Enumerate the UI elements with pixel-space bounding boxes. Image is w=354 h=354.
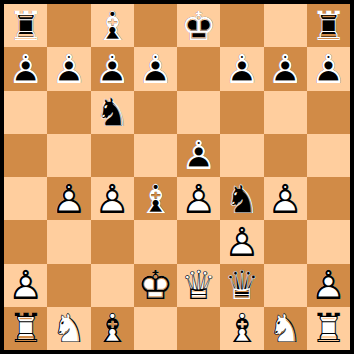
square-g5[interactable] [264, 134, 307, 177]
white-knight[interactable]: ♞♘ [47, 307, 90, 350]
piece-fill-glyph: ♞ [47, 307, 90, 350]
square-a7[interactable]: ♟♙ [4, 47, 47, 90]
white-bishop[interactable]: ♝♗ [220, 307, 263, 350]
piece-outline-glyph: ♙ [307, 264, 350, 307]
square-h5[interactable] [307, 134, 350, 177]
square-d2[interactable]: ♚♔ [134, 264, 177, 307]
square-g2[interactable] [264, 264, 307, 307]
piece-outline-glyph: ♘ [264, 307, 307, 350]
piece-outline-glyph: ♙ [220, 47, 263, 90]
piece-outline-glyph: ♖ [307, 4, 350, 47]
piece-fill-glyph: ♟ [307, 264, 350, 307]
square-f3[interactable]: ♟♙ [220, 220, 263, 263]
piece-fill-glyph: ♝ [134, 177, 177, 220]
piece-fill-glyph: ♚ [134, 264, 177, 307]
square-f8[interactable] [220, 4, 263, 47]
square-a1[interactable]: ♜♖ [4, 307, 47, 350]
white-rook[interactable]: ♜♖ [4, 307, 47, 350]
square-d7[interactable]: ♟♙ [134, 47, 177, 90]
square-b7[interactable]: ♟♙ [47, 47, 90, 90]
piece-outline-glyph: ♖ [307, 307, 350, 350]
piece-outline-glyph: ♖ [4, 307, 47, 350]
white-pawn[interactable]: ♟♙ [307, 264, 350, 307]
piece-fill-glyph: ♜ [4, 4, 47, 47]
square-g8[interactable] [264, 4, 307, 47]
piece-fill-glyph: ♟ [91, 177, 134, 220]
square-d5[interactable] [134, 134, 177, 177]
piece-fill-glyph: ♟ [177, 177, 220, 220]
piece-fill-glyph: ♛ [177, 264, 220, 307]
piece-fill-glyph: ♟ [4, 264, 47, 307]
black-pawn[interactable]: ♟♙ [307, 47, 350, 90]
square-c1[interactable]: ♝♗ [91, 307, 134, 350]
square-e7[interactable] [177, 47, 220, 90]
square-a2[interactable]: ♟♙ [4, 264, 47, 307]
square-e4[interactable]: ♟♙ [177, 177, 220, 220]
piece-outline-glyph: ♙ [264, 177, 307, 220]
square-g6[interactable] [264, 91, 307, 134]
square-d3[interactable] [134, 220, 177, 263]
square-f7[interactable]: ♟♙ [220, 47, 263, 90]
square-f4[interactable]: ♞♘ [220, 177, 263, 220]
piece-fill-glyph: ♟ [264, 47, 307, 90]
piece-outline-glyph: ♙ [134, 47, 177, 90]
square-g3[interactable] [264, 220, 307, 263]
piece-fill-glyph: ♜ [307, 4, 350, 47]
piece-outline-glyph: ♙ [177, 134, 220, 177]
piece-outline-glyph: ♔ [134, 264, 177, 307]
black-pawn[interactable]: ♟♙ [134, 47, 177, 90]
square-b3[interactable] [47, 220, 90, 263]
square-g1[interactable]: ♞♘ [264, 307, 307, 350]
piece-outline-glyph: ♙ [47, 177, 90, 220]
piece-fill-glyph: ♟ [220, 47, 263, 90]
square-h3[interactable] [307, 220, 350, 263]
square-c2[interactable] [91, 264, 134, 307]
square-g4[interactable]: ♟♙ [264, 177, 307, 220]
square-e2[interactable]: ♛♕ [177, 264, 220, 307]
square-a4[interactable] [4, 177, 47, 220]
piece-outline-glyph: ♗ [91, 4, 134, 47]
piece-fill-glyph: ♟ [177, 134, 220, 177]
piece-outline-glyph: ♙ [91, 47, 134, 90]
square-b6[interactable] [47, 91, 90, 134]
white-pawn[interactable]: ♟♙ [220, 220, 263, 263]
piece-outline-glyph: ♖ [4, 4, 47, 47]
piece-outline-glyph: ♘ [91, 91, 134, 134]
square-c3[interactable] [91, 220, 134, 263]
piece-fill-glyph: ♜ [4, 307, 47, 350]
square-c8[interactable]: ♝♗ [91, 4, 134, 47]
piece-fill-glyph: ♟ [47, 177, 90, 220]
white-pawn[interactable]: ♟♙ [91, 177, 134, 220]
square-d8[interactable] [134, 4, 177, 47]
piece-outline-glyph: ♗ [134, 177, 177, 220]
piece-outline-glyph: ♙ [4, 47, 47, 90]
black-knight[interactable]: ♞♘ [91, 91, 134, 134]
piece-fill-glyph: ♟ [47, 47, 90, 90]
piece-outline-glyph: ♙ [47, 47, 90, 90]
black-knight[interactable]: ♞♘ [220, 177, 263, 220]
square-c7[interactable]: ♟♙ [91, 47, 134, 90]
white-pawn[interactable]: ♟♙ [177, 177, 220, 220]
piece-fill-glyph: ♟ [4, 47, 47, 90]
square-g7[interactable]: ♟♙ [264, 47, 307, 90]
piece-outline-glyph: ♙ [220, 220, 263, 263]
white-knight[interactable]: ♞♘ [264, 307, 307, 350]
black-king[interactable]: ♚♔ [177, 4, 220, 47]
piece-fill-glyph: ♛ [220, 264, 263, 307]
white-pawn[interactable]: ♟♙ [264, 177, 307, 220]
black-pawn[interactable]: ♟♙ [47, 47, 90, 90]
black-bishop[interactable]: ♝♗ [91, 4, 134, 47]
white-rook[interactable]: ♜♖ [307, 307, 350, 350]
square-a8[interactable]: ♜♖ [4, 4, 47, 47]
chess-board: ♜♖♝♗♚♔♜♖♟♙♟♙♟♙♟♙♟♙♟♙♟♙♞♘♟♙♟♙♟♙♝♗♟♙♞♘♟♙♟♙… [0, 0, 354, 354]
black-rook[interactable]: ♜♖ [4, 4, 47, 47]
square-e1[interactable] [177, 307, 220, 350]
square-f6[interactable] [220, 91, 263, 134]
square-d4[interactable]: ♝♗ [134, 177, 177, 220]
square-a5[interactable] [4, 134, 47, 177]
piece-fill-glyph: ♟ [91, 47, 134, 90]
piece-outline-glyph: ♕ [220, 264, 263, 307]
piece-outline-glyph: ♙ [264, 47, 307, 90]
square-c4[interactable]: ♟♙ [91, 177, 134, 220]
piece-fill-glyph: ♟ [220, 220, 263, 263]
square-a3[interactable] [4, 220, 47, 263]
square-e8[interactable]: ♚♔ [177, 4, 220, 47]
square-b2[interactable] [47, 264, 90, 307]
square-e5[interactable]: ♟♙ [177, 134, 220, 177]
white-pawn[interactable]: ♟♙ [4, 264, 47, 307]
piece-fill-glyph: ♞ [220, 177, 263, 220]
square-d6[interactable] [134, 91, 177, 134]
square-b5[interactable] [47, 134, 90, 177]
square-b8[interactable] [47, 4, 90, 47]
piece-fill-glyph: ♞ [91, 91, 134, 134]
piece-fill-glyph: ♟ [307, 47, 350, 90]
black-pawn[interactable]: ♟♙ [4, 47, 47, 90]
square-c5[interactable] [91, 134, 134, 177]
square-e6[interactable] [177, 91, 220, 134]
piece-outline-glyph: ♙ [177, 177, 220, 220]
piece-fill-glyph: ♜ [307, 307, 350, 350]
square-e3[interactable] [177, 220, 220, 263]
piece-fill-glyph: ♟ [134, 47, 177, 90]
piece-outline-glyph: ♗ [91, 307, 134, 350]
white-king[interactable]: ♚♔ [134, 264, 177, 307]
piece-outline-glyph: ♙ [4, 264, 47, 307]
square-f1[interactable]: ♝♗ [220, 307, 263, 350]
square-h8[interactable]: ♜♖ [307, 4, 350, 47]
square-b1[interactable]: ♞♘ [47, 307, 90, 350]
piece-outline-glyph: ♔ [177, 4, 220, 47]
black-pawn[interactable]: ♟♙ [177, 134, 220, 177]
piece-outline-glyph: ♕ [177, 264, 220, 307]
black-rook[interactable]: ♜♖ [307, 4, 350, 47]
white-queen[interactable]: ♛♕ [177, 264, 220, 307]
piece-fill-glyph: ♝ [91, 4, 134, 47]
square-h7[interactable]: ♟♙ [307, 47, 350, 90]
piece-outline-glyph: ♙ [307, 47, 350, 90]
square-h1[interactable]: ♜♖ [307, 307, 350, 350]
square-f5[interactable] [220, 134, 263, 177]
board-grid: ♜♖♝♗♚♔♜♖♟♙♟♙♟♙♟♙♟♙♟♙♟♙♞♘♟♙♟♙♟♙♝♗♟♙♞♘♟♙♟♙… [4, 4, 350, 350]
square-d1[interactable] [134, 307, 177, 350]
black-pawn[interactable]: ♟♙ [220, 47, 263, 90]
piece-outline-glyph: ♗ [220, 307, 263, 350]
square-h4[interactable] [307, 177, 350, 220]
white-pawn[interactable]: ♟♙ [47, 177, 90, 220]
square-h2[interactable]: ♟♙ [307, 264, 350, 307]
piece-outline-glyph: ♘ [47, 307, 90, 350]
white-bishop[interactable]: ♝♗ [91, 307, 134, 350]
black-pawn[interactable]: ♟♙ [91, 47, 134, 90]
square-h6[interactable] [307, 91, 350, 134]
black-bishop[interactable]: ♝♗ [134, 177, 177, 220]
black-pawn[interactable]: ♟♙ [264, 47, 307, 90]
square-f2[interactable]: ♛♕ [220, 264, 263, 307]
piece-fill-glyph: ♟ [264, 177, 307, 220]
square-a6[interactable] [4, 91, 47, 134]
piece-fill-glyph: ♚ [177, 4, 220, 47]
black-queen[interactable]: ♛♕ [220, 264, 263, 307]
square-c6[interactable]: ♞♘ [91, 91, 134, 134]
piece-fill-glyph: ♞ [264, 307, 307, 350]
piece-outline-glyph: ♘ [220, 177, 263, 220]
piece-fill-glyph: ♝ [220, 307, 263, 350]
piece-outline-glyph: ♙ [91, 177, 134, 220]
piece-fill-glyph: ♝ [91, 307, 134, 350]
square-b4[interactable]: ♟♙ [47, 177, 90, 220]
